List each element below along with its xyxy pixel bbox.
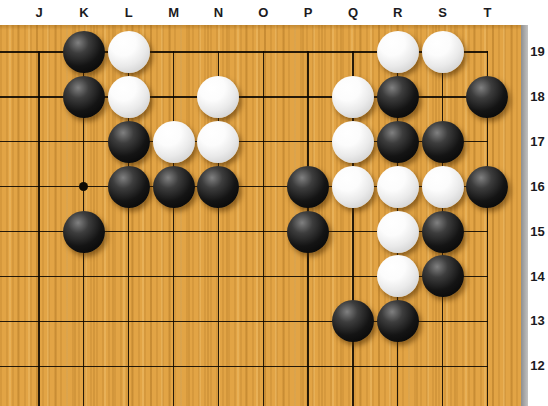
row-label-12: 12: [527, 357, 548, 375]
column-label-J: J: [17, 3, 61, 23]
black-stone-S17[interactable]: ●: [422, 121, 464, 163]
white-stone-R15[interactable]: ○: [377, 211, 419, 253]
row-label-17: 17: [527, 133, 548, 151]
black-stone-T16[interactable]: ●: [466, 166, 508, 208]
column-label-O: O: [241, 3, 285, 23]
black-stone-S14[interactable]: ●: [422, 255, 464, 297]
white-stone-N17[interactable]: ○: [197, 121, 239, 163]
white-stone-M17[interactable]: ○: [153, 121, 195, 163]
column-label-Q: Q: [331, 3, 375, 23]
go-board-screenshot: JKLMNOPQRST 1918171615141312 ●○○○●○○○●●●…: [0, 0, 548, 406]
white-stone-R14[interactable]: ○: [377, 255, 419, 297]
stones-grid: ●○○○●○○○●●●○○○●●●●●●○○○●●●○●○●●●: [17, 30, 510, 389]
white-stone-L18[interactable]: ○: [108, 76, 150, 118]
black-stone-R17[interactable]: ●: [377, 121, 419, 163]
column-label-M: M: [152, 3, 196, 23]
column-label-K: K: [62, 3, 106, 23]
black-stone-L17[interactable]: ●: [108, 121, 150, 163]
black-stone-P16[interactable]: ●: [287, 166, 329, 208]
black-stone-N16[interactable]: ●: [197, 166, 239, 208]
white-stone-S19[interactable]: ○: [422, 31, 464, 73]
row-label-19: 19: [527, 43, 548, 61]
row-label-13: 13: [527, 312, 548, 330]
black-stone-K19[interactable]: ●: [63, 31, 105, 73]
white-stone-Q18[interactable]: ○: [332, 76, 374, 118]
black-stone-K15[interactable]: ●: [63, 211, 105, 253]
column-label-R: R: [376, 3, 420, 23]
board-edge-shadow: [521, 25, 528, 406]
black-stone-T18[interactable]: ●: [466, 76, 508, 118]
black-stone-R13[interactable]: ●: [377, 300, 419, 342]
black-stone-M16[interactable]: ●: [153, 166, 195, 208]
black-stone-S15[interactable]: ●: [422, 211, 464, 253]
black-stone-Q13[interactable]: ●: [332, 300, 374, 342]
black-stone-P15[interactable]: ●: [287, 211, 329, 253]
row-label-16: 16: [527, 178, 548, 196]
black-stone-R18[interactable]: ●: [377, 76, 419, 118]
row-label-18: 18: [527, 88, 548, 106]
column-label-N: N: [196, 3, 240, 23]
white-stone-S16[interactable]: ○: [422, 166, 464, 208]
white-stone-R19[interactable]: ○: [377, 31, 419, 73]
black-stone-K18[interactable]: ●: [63, 76, 105, 118]
column-label-P: P: [286, 3, 330, 23]
white-stone-Q17[interactable]: ○: [332, 121, 374, 163]
column-label-S: S: [421, 3, 465, 23]
white-stone-Q16[interactable]: ○: [332, 166, 374, 208]
row-label-14: 14: [527, 268, 548, 286]
black-stone-L16[interactable]: ●: [108, 166, 150, 208]
column-label-L: L: [107, 3, 151, 23]
column-label-T: T: [466, 3, 510, 23]
white-stone-N18[interactable]: ○: [197, 76, 239, 118]
white-stone-L19[interactable]: ○: [108, 31, 150, 73]
white-stone-R16[interactable]: ○: [377, 166, 419, 208]
row-label-15: 15: [527, 223, 548, 241]
